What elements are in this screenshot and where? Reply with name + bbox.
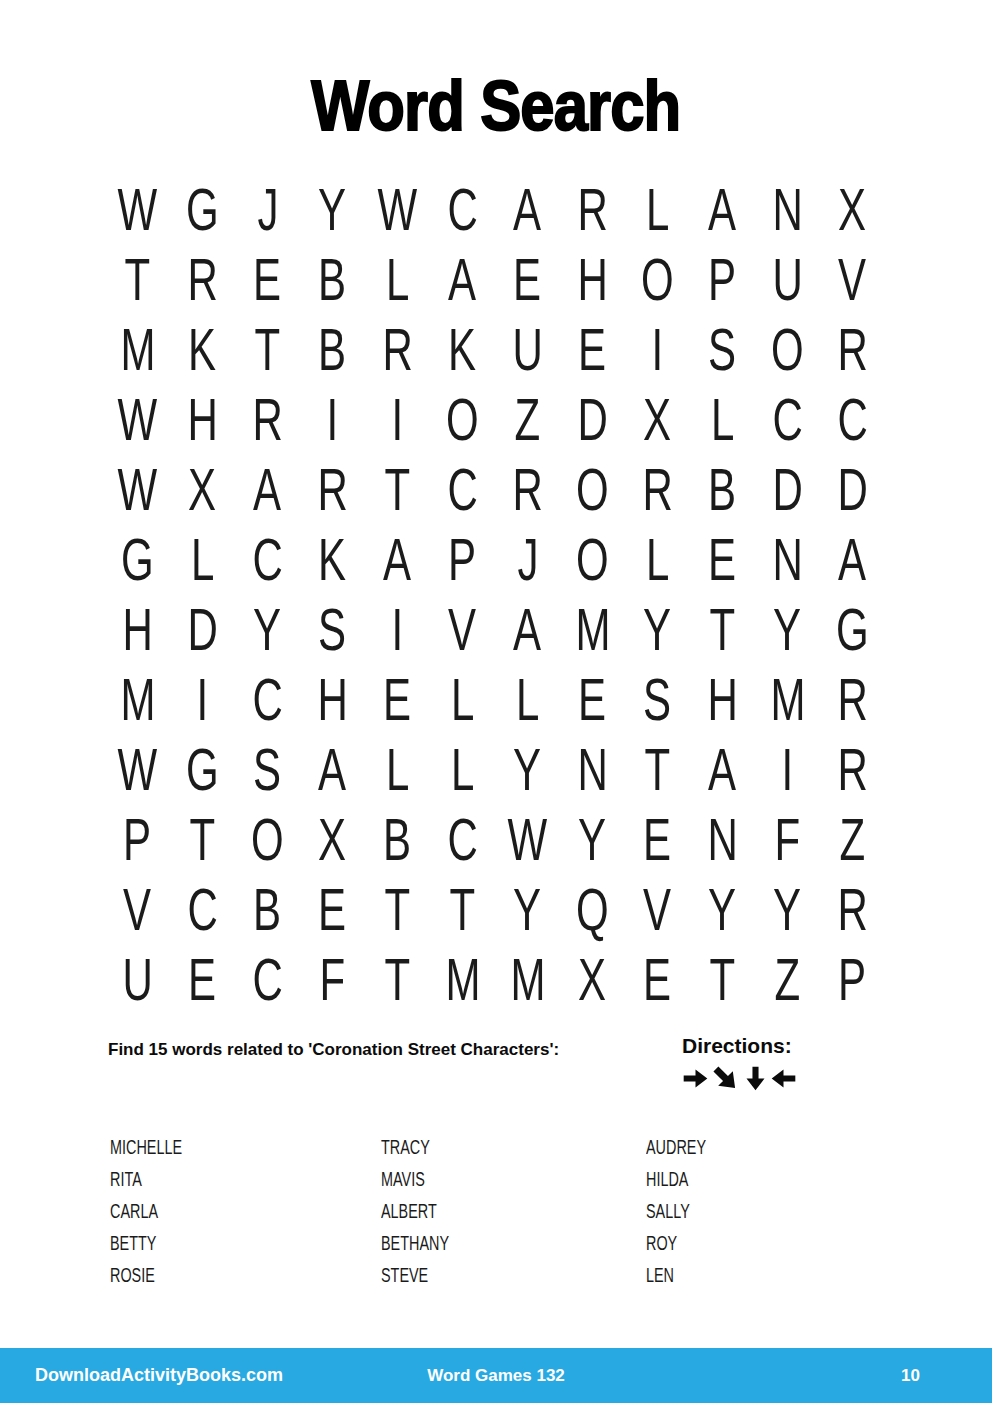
grid-cell: Q [560, 875, 625, 945]
grid-cell: L [365, 735, 430, 805]
grid-cell: A [690, 175, 755, 245]
word-list-item: STEVE [381, 1259, 646, 1291]
grid-cell: A [495, 595, 560, 665]
grid-cell: L [430, 735, 495, 805]
directions-arrows [682, 1063, 797, 1094]
grid-cell: B [690, 455, 755, 525]
word-list-item: ROSIE [110, 1259, 381, 1291]
word-list-item: MAVIS [381, 1163, 646, 1195]
word-list-item: SALLY [646, 1195, 882, 1227]
grid-cell: E [365, 665, 430, 735]
grid-cell: A [820, 525, 885, 595]
grid-cell: T [430, 875, 495, 945]
grid-cell: I [300, 385, 365, 455]
grid-cell: L [365, 245, 430, 315]
grid-cell: D [560, 385, 625, 455]
grid-cell: Z [820, 805, 885, 875]
grid-cell: B [235, 875, 300, 945]
grid-cell: O [625, 245, 690, 315]
grid-cell: R [365, 315, 430, 385]
grid-cell: Y [495, 735, 560, 805]
word-list-item: BETHANY [381, 1227, 646, 1259]
grid-cell: L [625, 525, 690, 595]
word-search-page: Word Search WGJYWCARLANXTREBLAEHOPUVMKTB… [0, 0, 992, 1403]
word-list-column: MICHELLERITACARLABETTYROSIE [110, 1131, 381, 1291]
grid-cell: H [170, 385, 235, 455]
footer-book-title: Word Games 132 [0, 1366, 992, 1386]
grid-cell: V [625, 875, 690, 945]
grid-cell: K [300, 525, 365, 595]
grid-cell: Z [755, 945, 820, 1015]
grid-cell: O [755, 315, 820, 385]
grid-cell: M [755, 665, 820, 735]
grid-cell: W [105, 175, 170, 245]
grid-cell: E [560, 315, 625, 385]
grid-cell: S [300, 595, 365, 665]
word-list-column: AUDREYHILDASALLYROYLEN [646, 1131, 882, 1291]
grid-cell: C [235, 945, 300, 1015]
grid-cell: A [430, 245, 495, 315]
word-list-item: RITA [110, 1163, 381, 1195]
grid-cell: H [105, 595, 170, 665]
grid-cell: O [560, 455, 625, 525]
grid-cell: N [560, 735, 625, 805]
grid-cell: E [625, 805, 690, 875]
footer-bar: DownloadActivityBooks.com Word Games 132… [0, 1348, 992, 1403]
grid-cell: T [365, 455, 430, 525]
grid-cell: C [755, 385, 820, 455]
grid-cell: F [300, 945, 365, 1015]
grid-cell: T [235, 315, 300, 385]
directions-label: Directions: [682, 1034, 797, 1058]
grid-cell: T [365, 945, 430, 1015]
grid-cell: A [495, 175, 560, 245]
grid-cell: C [430, 175, 495, 245]
grid-cell: T [690, 945, 755, 1015]
word-list-item: TRACY [381, 1131, 646, 1163]
grid-cell: P [690, 245, 755, 315]
grid-cell: R [820, 735, 885, 805]
word-list-item: CARLA [110, 1195, 381, 1227]
footer-page-number: 10 [901, 1366, 920, 1386]
grid-cell: P [105, 805, 170, 875]
word-list-item: ALBERT [381, 1195, 646, 1227]
word-list-item: ROY [646, 1227, 882, 1259]
grid-cell: X [170, 455, 235, 525]
grid-cell: N [755, 525, 820, 595]
grid-cell: R [170, 245, 235, 315]
grid-cell: S [690, 315, 755, 385]
grid-cell: R [300, 455, 365, 525]
grid-cell: X [560, 945, 625, 1015]
grid-cell: V [820, 245, 885, 315]
grid-cell: L [495, 665, 560, 735]
grid-cell: T [365, 875, 430, 945]
grid-cell: A [365, 525, 430, 595]
grid-cell: T [170, 805, 235, 875]
grid-cell: G [105, 525, 170, 595]
grid-cell: I [365, 595, 430, 665]
grid-cell: S [235, 735, 300, 805]
grid-cell: M [430, 945, 495, 1015]
grid-cell: W [105, 385, 170, 455]
grid-cell: D [170, 595, 235, 665]
grid-cell: A [300, 735, 365, 805]
grid-cell: K [430, 315, 495, 385]
grid-cell: R [820, 875, 885, 945]
grid-cell: M [105, 665, 170, 735]
grid-cell: I [365, 385, 430, 455]
grid-cell: Y [560, 805, 625, 875]
grid-cell: U [755, 245, 820, 315]
grid-cell: V [430, 595, 495, 665]
grid-cell: Y [690, 875, 755, 945]
grid-cell: P [430, 525, 495, 595]
grid-cell: E [300, 875, 365, 945]
grid-cell: U [105, 945, 170, 1015]
word-list-item: LEN [646, 1259, 882, 1291]
grid-cell: Y [495, 875, 560, 945]
grid-cell: Y [235, 595, 300, 665]
grid-cell: I [755, 735, 820, 805]
grid-cell: R [820, 665, 885, 735]
grid-cell: X [820, 175, 885, 245]
directions-block: Directions: [682, 1034, 797, 1094]
page-title: Word Search [0, 66, 992, 146]
grid-cell: J [495, 525, 560, 595]
grid-cell: L [170, 525, 235, 595]
grid-cell: T [105, 245, 170, 315]
word-list: MICHELLERITACARLABETTYROSIETRACYMAVISALB… [110, 1131, 882, 1291]
grid-cell: M [560, 595, 625, 665]
grid-cell: L [625, 175, 690, 245]
grid-cell: Y [300, 175, 365, 245]
grid-cell: W [495, 805, 560, 875]
grid-cell: B [365, 805, 430, 875]
word-list-item: HILDA [646, 1163, 882, 1195]
grid-cell: N [690, 805, 755, 875]
grid-cell: O [560, 525, 625, 595]
grid-cell: C [820, 385, 885, 455]
grid-cell: Y [755, 875, 820, 945]
grid-cell: B [300, 245, 365, 315]
letter-grid: WGJYWCARLANXTREBLAEHOPUVMKTBRKUEISORWHRI… [105, 175, 885, 1015]
find-words-instruction: Find 15 words related to 'Coronation Str… [108, 1040, 559, 1060]
grid-cell: K [170, 315, 235, 385]
grid-cell: G [170, 175, 235, 245]
grid-cell: J [235, 175, 300, 245]
grid-cell: E [235, 245, 300, 315]
grid-cell: E [625, 945, 690, 1015]
grid-cell: B [300, 315, 365, 385]
grid-cell: Z [495, 385, 560, 455]
grid-cell: R [820, 315, 885, 385]
grid-cell: T [625, 735, 690, 805]
grid-cell: T [690, 595, 755, 665]
grid-cell: C [235, 665, 300, 735]
grid-cell: S [625, 665, 690, 735]
grid-cell: O [430, 385, 495, 455]
grid-cell: A [235, 455, 300, 525]
grid-cell: A [690, 735, 755, 805]
grid-cell: R [235, 385, 300, 455]
grid-cell: L [430, 665, 495, 735]
grid-cell: C [430, 455, 495, 525]
page-title-text: Word Search [311, 66, 680, 146]
grid-cell: F [755, 805, 820, 875]
grid-cell: L [690, 385, 755, 455]
grid-cell: W [105, 455, 170, 525]
grid-cell: H [300, 665, 365, 735]
grid-cell: I [170, 665, 235, 735]
grid-cell: D [820, 455, 885, 525]
grid-cell: E [170, 945, 235, 1015]
word-list-item: BETTY [110, 1227, 381, 1259]
grid-cell: H [690, 665, 755, 735]
grid-cell: M [105, 315, 170, 385]
grid-cell: R [625, 455, 690, 525]
grid-cell: P [820, 945, 885, 1015]
word-list-item: MICHELLE [110, 1131, 381, 1163]
word-list-item: AUDREY [646, 1131, 882, 1163]
grid-cell: E [495, 245, 560, 315]
grid-cell: C [170, 875, 235, 945]
grid-cell: V [105, 875, 170, 945]
arrow-left-icon [770, 1065, 797, 1092]
grid-cell: N [755, 175, 820, 245]
grid-cell: E [690, 525, 755, 595]
word-list-column: TRACYMAVISALBERTBETHANYSTEVE [381, 1131, 646, 1291]
grid-cell: W [365, 175, 430, 245]
grid-cell: U [495, 315, 560, 385]
grid-cell: G [170, 735, 235, 805]
grid-cell: X [300, 805, 365, 875]
grid-cell: E [560, 665, 625, 735]
grid-cell: W [105, 735, 170, 805]
grid-cell: Y [755, 595, 820, 665]
grid-cell: R [560, 175, 625, 245]
grid-cell: H [560, 245, 625, 315]
grid-cell: R [495, 455, 560, 525]
grid-cell: C [235, 525, 300, 595]
grid-cell: C [430, 805, 495, 875]
grid-cell: M [495, 945, 560, 1015]
arrow-down-icon [742, 1065, 769, 1092]
grid-cell: D [755, 455, 820, 525]
grid-cell: G [820, 595, 885, 665]
grid-cell: Y [625, 595, 690, 665]
arrow-down-right-icon [704, 1057, 748, 1101]
grid-cell: I [625, 315, 690, 385]
grid-cell: O [235, 805, 300, 875]
grid-cell: X [625, 385, 690, 455]
